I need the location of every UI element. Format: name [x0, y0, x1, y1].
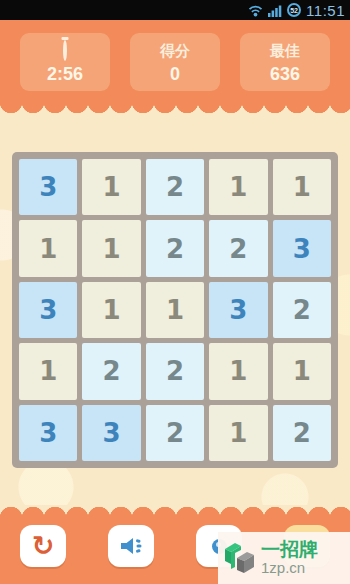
wifi-icon: [248, 4, 263, 17]
cell-r5c1[interactable]: 3: [19, 405, 77, 461]
cell-r4c1[interactable]: 1: [19, 343, 77, 399]
cell-r3c5[interactable]: 2: [273, 282, 331, 338]
score-value: 0: [130, 64, 220, 85]
watermark-brand: 一招牌: [261, 540, 318, 560]
score-box: 得分 0: [130, 33, 220, 91]
cell-r1c5[interactable]: 1: [273, 159, 331, 215]
battery-indicator: 52: [287, 3, 301, 17]
header: 2:56 得分 0 最佳 636: [0, 20, 350, 105]
board: 3121111223311321221133212: [12, 152, 338, 468]
cell-r3c1[interactable]: 3: [19, 282, 77, 338]
cell-r1c4[interactable]: 1: [209, 159, 267, 215]
speaker-icon: [119, 535, 143, 557]
header-scallop-edge: [0, 105, 350, 115]
cell-r5c5[interactable]: 2: [273, 405, 331, 461]
timer-box: 2:56: [20, 33, 110, 91]
cell-r2c5[interactable]: 3: [273, 220, 331, 276]
cell-r1c2[interactable]: 1: [82, 159, 140, 215]
app-window: 52 11:51 2:56 得分 0 最佳 636 31211112233113…: [0, 0, 350, 584]
score-label: 得分: [130, 40, 220, 62]
cell-r2c2[interactable]: 1: [82, 220, 140, 276]
cell-r2c1[interactable]: 1: [19, 220, 77, 276]
cell-r3c2[interactable]: 1: [82, 282, 140, 338]
play-area: 3121111223311321221133212: [0, 115, 350, 505]
status-clock: 11:51: [306, 2, 345, 19]
best-value: 636: [240, 64, 330, 85]
cell-r1c1[interactable]: 3: [19, 159, 77, 215]
best-label: 最佳: [240, 40, 330, 62]
cell-r3c4[interactable]: 3: [209, 282, 267, 338]
restart-button[interactable]: ↻: [20, 525, 66, 567]
watermark: 一招牌 1zp.cn: [218, 532, 350, 584]
cell-r4c5[interactable]: 1: [273, 343, 331, 399]
cell-r2c3[interactable]: 2: [146, 220, 204, 276]
timer-value: 2:56: [20, 64, 110, 85]
watermark-site: 1zp.cn: [261, 560, 318, 576]
sound-button[interactable]: [108, 525, 154, 567]
stopwatch-icon: [63, 40, 67, 61]
cell-r4c3[interactable]: 2: [146, 343, 204, 399]
toolbar-scallop-edge: [0, 505, 350, 515]
watermark-cube-logo: [223, 540, 257, 576]
status-bar: 52 11:51: [0, 0, 350, 20]
cell-r3c3[interactable]: 1: [146, 282, 204, 338]
cell-r5c3[interactable]: 2: [146, 405, 204, 461]
cell-r5c4[interactable]: 1: [209, 405, 267, 461]
cell-r4c4[interactable]: 1: [209, 343, 267, 399]
cell-r1c3[interactable]: 2: [146, 159, 204, 215]
cell-r4c2[interactable]: 2: [82, 343, 140, 399]
best-box: 最佳 636: [240, 33, 330, 91]
signal-icon: [268, 4, 282, 17]
cell-r2c4[interactable]: 2: [209, 220, 267, 276]
cell-r5c2[interactable]: 3: [82, 405, 140, 461]
refresh-icon: ↻: [32, 532, 55, 559]
